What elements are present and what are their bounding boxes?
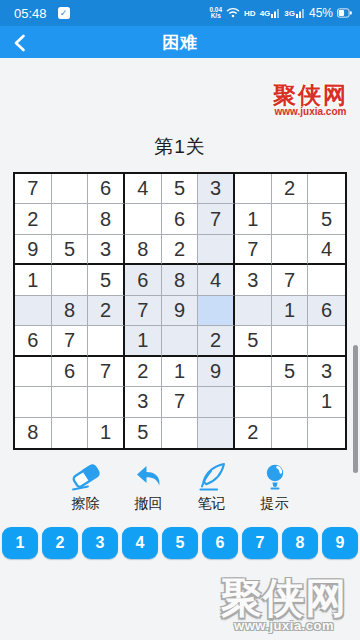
sudoku-cell-r5c5[interactable]: 9 <box>162 296 199 326</box>
sudoku-cell-r1c6[interactable]: 3 <box>198 174 235 204</box>
net-speed-unit: K/s <box>211 13 221 19</box>
watermark-top: 聚侠网 www.juxia.com <box>273 83 348 118</box>
sudoku-cell-r4c2[interactable] <box>52 265 89 295</box>
sudoku-cell-r6c4[interactable]: 1 <box>125 326 162 356</box>
sudoku-cell-r3c2[interactable]: 5 <box>52 235 89 265</box>
sudoku-cell-r9c5[interactable] <box>162 418 199 448</box>
sudoku-cell-r3c5[interactable]: 2 <box>162 235 199 265</box>
sudoku-cell-r1c5[interactable]: 5 <box>162 174 199 204</box>
sudoku-cell-r9c9[interactable] <box>308 418 345 448</box>
sudoku-cell-r3c6[interactable] <box>198 235 235 265</box>
sudoku-cell-r5c1[interactable] <box>15 296 52 326</box>
sudoku-cell-r4c1[interactable]: 1 <box>15 265 52 295</box>
level-title: 第1关 <box>0 134 360 160</box>
numpad-key-5[interactable]: 5 <box>162 527 198 559</box>
sudoku-cell-r9c8[interactable] <box>272 418 309 448</box>
sudoku-cell-r1c8[interactable]: 2 <box>272 174 309 204</box>
sudoku-cell-r7c1[interactable] <box>15 357 52 387</box>
sudoku-cell-r6c8[interactable] <box>272 326 309 356</box>
sudoku-cell-r1c7[interactable] <box>235 174 272 204</box>
sim1-signal: 4G <box>260 8 281 18</box>
sudoku-cell-r5c9[interactable]: 6 <box>308 296 345 326</box>
sudoku-cell-r7c7[interactable] <box>235 357 272 387</box>
hint-button[interactable]: 提示 <box>256 461 294 513</box>
numpad-key-1[interactable]: 1 <box>2 527 38 559</box>
header: 困难 <box>0 26 360 58</box>
sudoku-cell-r7c8[interactable]: 5 <box>272 357 309 387</box>
sudoku-cell-r4c7[interactable]: 3 <box>235 265 272 295</box>
sudoku-cell-r8c6[interactable] <box>198 387 235 417</box>
sudoku-cell-r5c4[interactable]: 7 <box>125 296 162 326</box>
quill-pen-icon <box>196 461 228 493</box>
sudoku-cell-r6c6[interactable]: 2 <box>198 326 235 356</box>
battery-icon <box>337 4 352 22</box>
sudoku-cell-r6c3[interactable] <box>88 326 125 356</box>
numpad-key-7[interactable]: 7 <box>242 527 278 559</box>
watermark-site-name: 聚侠网 <box>221 578 347 619</box>
sim2-label: 3G <box>284 9 295 18</box>
sudoku-cell-r6c7[interactable]: 5 <box>235 326 272 356</box>
sudoku-cell-r4c6[interactable]: 4 <box>198 265 235 295</box>
sudoku-cell-r9c2[interactable] <box>52 418 89 448</box>
signal-bars-icon <box>271 8 280 18</box>
sudoku-cell-r8c8[interactable] <box>272 387 309 417</box>
battery-percent: 45% <box>309 6 333 20</box>
sudoku-cell-r2c9[interactable]: 5 <box>308 204 345 234</box>
sudoku-cell-r8c2[interactable] <box>52 387 89 417</box>
sudoku-cell-r5c8[interactable]: 1 <box>272 296 309 326</box>
erase-button[interactable]: 擦除 <box>67 461 105 513</box>
app-screen: 05:48 ✓ 0.04 K/s HD 4G 3G <box>0 0 360 640</box>
sudoku-cell-r3c7[interactable]: 7 <box>235 235 272 265</box>
checkbox-icon: ✓ <box>58 7 70 19</box>
clock: 05:48 <box>14 6 47 21</box>
sudoku-cell-r2c6[interactable]: 7 <box>198 204 235 234</box>
sudoku-cell-r1c4[interactable]: 4 <box>125 174 162 204</box>
numpad: 123456789 <box>2 527 358 559</box>
undo-label: 撤回 <box>135 495 163 513</box>
hint-label: 提示 <box>261 495 289 513</box>
sudoku-cell-r7c4[interactable]: 2 <box>125 357 162 387</box>
sudoku-cell-r8c7[interactable] <box>235 387 272 417</box>
sudoku-cell-r3c8[interactable] <box>272 235 309 265</box>
sudoku-cell-r7c5[interactable]: 1 <box>162 357 199 387</box>
status-bar-right: 0.04 K/s HD 4G 3G 45% <box>209 4 352 22</box>
watermark-bottom: 聚侠网 www.juxia.com <box>221 578 347 632</box>
sudoku-cell-r5c2[interactable]: 8 <box>52 296 89 326</box>
sudoku-cell-r9c4[interactable]: 5 <box>125 418 162 448</box>
numpad-key-8[interactable]: 8 <box>282 527 318 559</box>
sudoku-cell-r4c3[interactable]: 5 <box>88 265 125 295</box>
sudoku-cell-r9c6[interactable] <box>198 418 235 448</box>
sudoku-cell-r7c3[interactable]: 7 <box>88 357 125 387</box>
sudoku-cell-r3c3[interactable]: 3 <box>88 235 125 265</box>
sudoku-cell-r5c7[interactable] <box>235 296 272 326</box>
sudoku-cell-r5c3[interactable]: 2 <box>88 296 125 326</box>
signal-bars-icon <box>296 8 305 18</box>
sudoku-grid: 7645322867159538274156843782791667125672… <box>13 172 347 450</box>
watermark-site-name: 聚侠网 <box>273 83 348 107</box>
sudoku-cell-r8c4[interactable]: 3 <box>125 387 162 417</box>
watermark-site-url: www.juxia.com <box>221 619 347 632</box>
sudoku-cell-r8c5[interactable]: 7 <box>162 387 199 417</box>
sudoku-cell-r7c9[interactable]: 3 <box>308 357 345 387</box>
sudoku-cell-r4c5[interactable]: 8 <box>162 265 199 295</box>
wifi-icon <box>226 4 240 22</box>
sudoku-cell-r3c1[interactable]: 9 <box>15 235 52 265</box>
numpad-key-9[interactable]: 9 <box>322 527 358 559</box>
sudoku-cell-r1c3[interactable]: 6 <box>88 174 125 204</box>
sudoku-cell-r6c1[interactable]: 6 <box>15 326 52 356</box>
numpad-key-2[interactable]: 2 <box>42 527 78 559</box>
numpad-key-6[interactable]: 6 <box>202 527 238 559</box>
toolbar: 擦除 撤回 笔记 <box>0 461 360 513</box>
sudoku-cell-r2c2[interactable] <box>52 204 89 234</box>
numpad-key-3[interactable]: 3 <box>82 527 118 559</box>
sudoku-cell-r7c6[interactable]: 9 <box>198 357 235 387</box>
network-speed: 0.04 K/s <box>209 7 222 19</box>
sudoku-cell-r2c8[interactable] <box>272 204 309 234</box>
sudoku-cell-r9c1[interactable]: 8 <box>15 418 52 448</box>
status-bar: 05:48 ✓ 0.04 K/s HD 4G 3G <box>0 0 360 26</box>
chevron-left-icon <box>10 32 32 54</box>
sudoku-cell-r7c2[interactable]: 6 <box>52 357 89 387</box>
sudoku-cell-r6c9[interactable] <box>308 326 345 356</box>
hd-indicator: HD <box>244 9 256 18</box>
sudoku-cell-r4c8[interactable]: 7 <box>272 265 309 295</box>
sudoku-cell-r2c7[interactable]: 1 <box>235 204 272 234</box>
sudoku-cell-r6c5[interactable] <box>162 326 199 356</box>
watermark-site-url: www.juxia.com <box>273 107 348 118</box>
undo-button[interactable]: 撤回 <box>130 461 168 513</box>
sudoku-cell-r2c1[interactable]: 2 <box>15 204 52 234</box>
sudoku-cell-r3c4[interactable]: 8 <box>125 235 162 265</box>
numpad-key-4[interactable]: 4 <box>122 527 158 559</box>
notes-button[interactable]: 笔记 <box>193 461 231 513</box>
sudoku-cell-r1c9[interactable] <box>308 174 345 204</box>
sudoku-cell-r4c4[interactable]: 6 <box>125 265 162 295</box>
sudoku-cell-r1c2[interactable] <box>52 174 89 204</box>
notes-label: 笔记 <box>198 495 226 513</box>
erase-label: 擦除 <box>72 495 100 513</box>
sudoku-cell-r2c4[interactable] <box>125 204 162 234</box>
sudoku-cell-r9c7[interactable]: 2 <box>235 418 272 448</box>
sudoku-cell-r2c3[interactable]: 8 <box>88 204 125 234</box>
sudoku-cell-r2c5[interactable]: 6 <box>162 204 199 234</box>
sudoku-cell-r8c1[interactable] <box>15 387 52 417</box>
scrollbar[interactable] <box>353 345 358 473</box>
sudoku-cell-r6c2[interactable]: 7 <box>52 326 89 356</box>
page-title: 困难 <box>0 31 360 54</box>
lightbulb-icon <box>259 461 291 493</box>
sudoku-cell-r8c9[interactable]: 1 <box>308 387 345 417</box>
sudoku-cell-r5c6[interactable] <box>198 296 235 326</box>
sudoku-cell-r1c1[interactable]: 7 <box>15 174 52 204</box>
sim2-signal: 3G <box>284 8 305 18</box>
undo-arrow-icon <box>133 461 165 493</box>
sudoku-cell-r8c3[interactable] <box>88 387 125 417</box>
sudoku-cell-r3c9[interactable]: 4 <box>308 235 345 265</box>
sudoku-cell-r9c3[interactable]: 1 <box>88 418 125 448</box>
sim1-label: 4G <box>260 9 271 18</box>
back-button[interactable] <box>10 32 32 54</box>
sudoku-cell-r4c9[interactable] <box>308 265 345 295</box>
eraser-icon <box>70 461 102 493</box>
